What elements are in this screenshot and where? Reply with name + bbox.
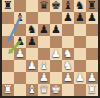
white-pawn-icon[interactable]: ♟ (27, 60, 37, 72)
square-e5[interactable] (50, 36, 62, 48)
square-c2[interactable] (26, 72, 38, 84)
square-b1[interactable] (14, 84, 26, 96)
square-c8[interactable] (26, 0, 38, 12)
square-a7[interactable] (2, 12, 14, 24)
white-knight-icon[interactable]: ♞ (63, 60, 73, 72)
square-d8[interactable]: ♛ (38, 0, 50, 12)
square-e4[interactable]: ♟ (50, 48, 62, 60)
white-knight-icon[interactable]: ♞ (63, 48, 73, 60)
square-h6[interactable] (86, 24, 98, 36)
square-g3[interactable] (74, 60, 86, 72)
white-bishop-icon[interactable]: ♝ (27, 84, 37, 96)
square-e1[interactable]: ♚ (50, 84, 62, 96)
square-b8[interactable] (14, 0, 26, 12)
square-d2[interactable]: ♟ (38, 72, 50, 84)
square-b3[interactable] (14, 60, 26, 72)
square-c7[interactable] (26, 12, 38, 24)
black-pawn-icon[interactable]: ♟ (87, 12, 97, 24)
white-rook-icon[interactable]: ♜ (87, 84, 97, 96)
square-e8[interactable]: ♚ (50, 0, 62, 12)
black-pawn-icon[interactable]: ♟ (27, 36, 37, 48)
white-pawn-icon[interactable]: ♟ (63, 72, 73, 84)
square-a3[interactable] (2, 60, 14, 72)
square-b4[interactable]: ♟ (14, 48, 26, 60)
square-c6[interactable]: ♞ (26, 24, 38, 36)
square-g6[interactable] (74, 24, 86, 36)
square-f7[interactable]: ♟ (62, 12, 74, 24)
black-rook-icon[interactable]: ♜ (87, 0, 97, 12)
white-pawn-icon[interactable]: ♟ (87, 72, 97, 84)
square-f1[interactable] (62, 84, 74, 96)
black-knight-icon[interactable]: ♞ (75, 0, 85, 12)
square-e2[interactable] (50, 72, 62, 84)
square-c5[interactable]: ♟ (26, 36, 38, 48)
square-b5[interactable]: ♟ (14, 36, 26, 48)
square-c4[interactable] (26, 48, 38, 60)
chess-board: ♜♛♚♝♞♜♝♟♟♟♞♟♟♟♟♟♟♞♟♝♞♟♟♟♟♜♝♛♚♜ (2, 0, 98, 96)
square-h7[interactable]: ♟ (86, 12, 98, 24)
black-rook-icon[interactable]: ♜ (3, 0, 13, 12)
black-king-icon[interactable]: ♚ (51, 0, 61, 12)
square-h4[interactable] (86, 48, 98, 60)
square-g1[interactable] (74, 84, 86, 96)
square-a4[interactable] (2, 48, 14, 60)
square-d4[interactable] (38, 48, 50, 60)
square-h8[interactable]: ♜ (86, 0, 98, 12)
square-g2[interactable]: ♟ (74, 72, 86, 84)
white-pawn-icon[interactable]: ♟ (39, 72, 49, 84)
black-bishop-icon[interactable]: ♝ (15, 12, 25, 24)
square-h1[interactable]: ♜ (86, 84, 98, 96)
black-pawn-icon[interactable]: ♟ (75, 12, 85, 24)
black-pawn-icon[interactable]: ♟ (39, 24, 49, 36)
square-d7[interactable] (38, 12, 50, 24)
black-pawn-icon[interactable]: ♟ (15, 36, 25, 48)
square-a5[interactable] (2, 36, 14, 48)
square-f6[interactable] (62, 24, 74, 36)
square-f3[interactable]: ♞ (62, 60, 74, 72)
square-f2[interactable]: ♟ (62, 72, 74, 84)
square-g7[interactable]: ♟ (74, 12, 86, 24)
square-c3[interactable]: ♟ (26, 60, 38, 72)
square-g8[interactable]: ♞ (74, 0, 86, 12)
square-d5[interactable] (38, 36, 50, 48)
square-h2[interactable]: ♟ (86, 72, 98, 84)
black-bishop-icon[interactable]: ♝ (63, 0, 73, 12)
square-f8[interactable]: ♝ (62, 0, 74, 12)
black-pawn-icon[interactable]: ♟ (63, 12, 73, 24)
square-e3[interactable] (50, 60, 62, 72)
square-f4[interactable]: ♞ (62, 48, 74, 60)
white-bishop-icon[interactable]: ♝ (39, 60, 49, 72)
white-rook-icon[interactable]: ♜ (3, 84, 13, 96)
black-knight-icon[interactable]: ♞ (27, 24, 37, 36)
square-e7[interactable] (50, 12, 62, 24)
square-c1[interactable]: ♝ (26, 84, 38, 96)
chess-app-window: ♜♛♚♝♞♜♝♟♟♟♞♟♟♟♟♟♟♞♟♝♞♟♟♟♟♜♝♛♚♜ (0, 0, 100, 98)
white-pawn-icon[interactable]: ♟ (51, 48, 61, 60)
square-g4[interactable] (74, 48, 86, 60)
white-king-icon[interactable]: ♚ (51, 84, 61, 96)
square-a2[interactable] (2, 72, 14, 84)
white-queen-icon[interactable]: ♛ (39, 84, 49, 96)
square-h5[interactable] (86, 36, 98, 48)
square-d1[interactable]: ♛ (38, 84, 50, 96)
square-a1[interactable]: ♜ (2, 84, 14, 96)
square-f5[interactable] (62, 36, 74, 48)
black-queen-icon[interactable]: ♛ (39, 0, 49, 12)
square-a6[interactable] (2, 24, 14, 36)
square-d3[interactable]: ♝ (38, 60, 50, 72)
square-d6[interactable]: ♟ (38, 24, 50, 36)
square-h3[interactable] (86, 60, 98, 72)
black-pawn-icon[interactable]: ♟ (51, 24, 61, 36)
square-b6[interactable] (14, 24, 26, 36)
square-a8[interactable]: ♜ (2, 0, 14, 12)
white-pawn-icon[interactable]: ♟ (15, 48, 25, 60)
square-b2[interactable] (14, 72, 26, 84)
square-g5[interactable] (74, 36, 86, 48)
white-pawn-icon[interactable]: ♟ (75, 72, 85, 84)
square-b7[interactable]: ♝ (14, 12, 26, 24)
square-e6[interactable]: ♟ (50, 24, 62, 36)
